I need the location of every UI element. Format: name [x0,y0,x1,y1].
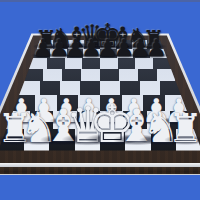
board-rank-5 [25,69,176,81]
chess-3d-scene: ♜♞♝♛♚♝♞♜♟♟♟♟♟♟♟♟♟♟♟♟♟♟♟♟♜♞♝♛♚♝♞♜ [0,0,200,200]
board-bottom-edge-line [0,174,200,176]
square-f5[interactable] [119,69,138,81]
piece-white-rook-h1[interactable]: ♜ [168,109,200,149]
background-top-strip [0,0,200,2]
square-d5[interactable] [81,69,100,81]
square-e5[interactable] [100,69,119,81]
piece-black-pawn-h7[interactable]: ♟ [146,37,167,60]
board-side-edge [0,167,200,174]
square-c5[interactable] [62,69,81,81]
square-b5[interactable] [43,69,62,81]
square-g5[interactable] [138,69,157,81]
